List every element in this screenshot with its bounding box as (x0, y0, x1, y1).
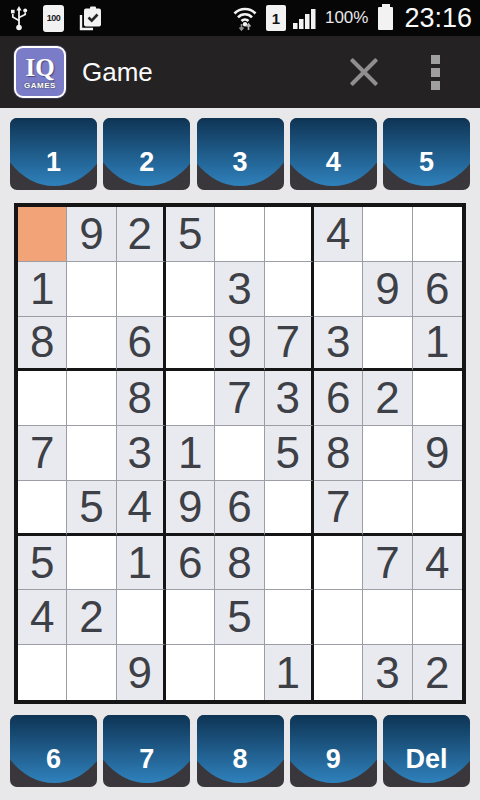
key-label: 4 (290, 149, 377, 176)
sudoku-cell-r7c8[interactable]: 7 (363, 536, 412, 591)
sudoku-cell-r1c3[interactable]: 2 (117, 207, 166, 262)
iq-games-logo: IQ GAMES (14, 46, 66, 98)
sudoku-cell-r6c5[interactable]: 6 (215, 481, 264, 536)
sudoku-cell-r8c8[interactable] (363, 590, 412, 645)
logo-games-text: GAMES (24, 82, 56, 90)
sudoku-cell-r8c7[interactable] (314, 590, 363, 645)
sudoku-cell-r9c7[interactable] (314, 645, 363, 700)
sudoku-cell-r9c4[interactable] (166, 645, 215, 700)
sudoku-cell-r6c4[interactable]: 9 (166, 481, 215, 536)
sudoku-cell-r2c7[interactable] (314, 262, 363, 317)
sudoku-cell-r3c4[interactable] (166, 317, 215, 372)
sudoku-cell-r4c3[interactable]: 8 (117, 371, 166, 426)
key-label: 8 (197, 746, 284, 773)
status-bar-right: 1 100% 23:16 (231, 3, 472, 34)
sudoku-cell-r6c9[interactable] (413, 481, 462, 536)
sudoku-cell-r9c8[interactable]: 3 (363, 645, 412, 700)
sim-slot-number: 1 (272, 10, 280, 27)
sudoku-cell-r5c9[interactable]: 9 (413, 426, 462, 481)
app-bar: IQ GAMES Game (0, 36, 480, 108)
sudoku-cell-r5c8[interactable] (363, 426, 412, 481)
status-bar: 100 1 (0, 0, 480, 36)
sudoku-cell-r7c6[interactable] (265, 536, 314, 591)
key-5[interactable]: 5 (383, 118, 470, 190)
sudoku-cell-r1c5[interactable] (215, 207, 264, 262)
sudoku-cell-r5c1[interactable]: 7 (18, 426, 67, 481)
keypad-bottom: 6 7 8 9 Del (0, 715, 480, 787)
logo-iq-text: IQ (25, 55, 54, 80)
battery-badge-value: 100 (47, 13, 61, 23)
sudoku-cell-r6c7[interactable]: 7 (314, 481, 363, 536)
sudoku-cell-r9c6[interactable]: 1 (265, 645, 314, 700)
sudoku-cell-r9c2[interactable] (67, 645, 116, 700)
sudoku-cell-r7c5[interactable]: 8 (215, 536, 264, 591)
sudoku-cell-r5c4[interactable]: 1 (166, 426, 215, 481)
sudoku-cell-r1c8[interactable] (363, 207, 412, 262)
sudoku-cell-r1c7[interactable]: 4 (314, 207, 363, 262)
status-clock: 23:16 (404, 3, 472, 34)
sudoku-cell-r9c5[interactable] (215, 645, 264, 700)
sudoku-cell-r2c6[interactable] (265, 262, 314, 317)
sudoku-cell-r3c9[interactable]: 1 (413, 317, 462, 372)
sudoku-cell-r3c8[interactable] (363, 317, 412, 372)
sudoku-cell-r4c9[interactable] (413, 371, 462, 426)
sudoku-cell-r4c7[interactable]: 6 (314, 371, 363, 426)
keypad-top: 1 2 3 4 5 (0, 118, 480, 190)
sim-card-icon: 1 (266, 5, 286, 31)
sudoku-cell-r1c4[interactable]: 5 (166, 207, 215, 262)
sudoku-cell-r9c3[interactable]: 9 (117, 645, 166, 700)
sudoku-cell-r1c6[interactable] (265, 207, 314, 262)
key-label: 7 (103, 746, 190, 773)
key-label: 3 (197, 149, 284, 176)
key-6[interactable]: 6 (10, 715, 97, 787)
overflow-menu-icon[interactable] (431, 55, 440, 90)
battery-100-badge: 100 (43, 5, 64, 32)
sudoku-cell-r3c3[interactable]: 6 (117, 317, 166, 372)
sudoku-board: 9254139686973187362731589549675168744259… (14, 203, 466, 704)
sudoku-cell-r5c6[interactable]: 5 (265, 426, 314, 481)
key-7[interactable]: 7 (103, 715, 190, 787)
sudoku-cell-r5c3[interactable]: 3 (117, 426, 166, 481)
status-bar-left: 100 (8, 5, 103, 32)
sudoku-cell-r2c8[interactable]: 9 (363, 262, 412, 317)
sudoku-cell-r8c5[interactable]: 5 (215, 590, 264, 645)
sudoku-cell-r2c9[interactable]: 6 (413, 262, 462, 317)
sudoku-cell-r2c3[interactable] (117, 262, 166, 317)
sudoku-cell-r4c8[interactable]: 2 (363, 371, 412, 426)
key-1[interactable]: 1 (10, 118, 97, 190)
sudoku-cell-r5c7[interactable]: 8 (314, 426, 363, 481)
sudoku-cell-r7c7[interactable] (314, 536, 363, 591)
sudoku-cell-r6c2[interactable]: 5 (67, 481, 116, 536)
sudoku-cell-r7c4[interactable]: 6 (166, 536, 215, 591)
key-label: 6 (10, 746, 97, 773)
sudoku-cell-r7c3[interactable]: 1 (117, 536, 166, 591)
key-2[interactable]: 2 (103, 118, 190, 190)
sudoku-cell-r5c5[interactable] (215, 426, 264, 481)
sudoku-cell-r7c2[interactable] (67, 536, 116, 591)
sudoku-cell-r4c1[interactable] (18, 371, 67, 426)
sudoku-cell-r7c9[interactable]: 4 (413, 536, 462, 591)
sudoku-cell-r4c5[interactable]: 7 (215, 371, 264, 426)
sudoku-cell-r9c1[interactable] (18, 645, 67, 700)
sudoku-cell-r8c3[interactable] (117, 590, 166, 645)
key-9[interactable]: 9 (290, 715, 377, 787)
key-4[interactable]: 4 (290, 118, 377, 190)
sudoku-cell-r6c6[interactable] (265, 481, 314, 536)
key-label: 5 (383, 149, 470, 176)
sudoku-cell-r2c4[interactable] (166, 262, 215, 317)
sudoku-cell-r3c2[interactable] (67, 317, 116, 372)
sudoku-cell-r4c2[interactable] (67, 371, 116, 426)
key-label: 1 (10, 149, 97, 176)
sudoku-cell-r8c9[interactable] (413, 590, 462, 645)
sudoku-cell-r2c1[interactable]: 1 (18, 262, 67, 317)
wifi-icon (231, 4, 259, 32)
key-8[interactable]: 8 (197, 715, 284, 787)
key-3[interactable]: 3 (197, 118, 284, 190)
page-title: Game (82, 57, 153, 88)
sudoku-cell-r4c6[interactable]: 3 (265, 371, 314, 426)
sudoku-cell-r3c5[interactable]: 9 (215, 317, 264, 372)
sudoku-cell-r5c2[interactable] (67, 426, 116, 481)
sudoku-cell-r8c4[interactable] (166, 590, 215, 645)
clipboard-check-icon (77, 5, 103, 32)
key-del[interactable]: Del (383, 715, 470, 787)
sudoku-cell-r1c1[interactable] (18, 207, 67, 262)
sudoku-cell-r1c2[interactable]: 9 (67, 207, 116, 262)
sudoku-cell-r7c1[interactable]: 5 (18, 536, 67, 591)
key-label: 2 (103, 149, 190, 176)
sudoku-cell-r8c6[interactable] (265, 590, 314, 645)
sudoku-cell-r9c9[interactable]: 2 (413, 645, 462, 700)
battery-icon (378, 7, 393, 30)
sudoku-cell-r2c5[interactable]: 3 (215, 262, 264, 317)
sudoku-cell-r1c9[interactable] (413, 207, 462, 262)
sudoku-cell-r6c3[interactable]: 4 (117, 481, 166, 536)
sudoku-cell-r3c7[interactable]: 3 (314, 317, 363, 372)
key-label: Del (383, 746, 470, 773)
sudoku-cell-r8c1[interactable]: 4 (18, 590, 67, 645)
phone-screen: 100 1 (0, 0, 480, 800)
sudoku-cell-r6c8[interactable] (363, 481, 412, 536)
battery-percent-text: 100% (325, 8, 368, 28)
sudoku-cell-r6c1[interactable] (18, 481, 67, 536)
sudoku-cell-r3c6[interactable]: 7 (265, 317, 314, 372)
sudoku-cell-r4c4[interactable] (166, 371, 215, 426)
sudoku-cell-r8c2[interactable]: 2 (67, 590, 116, 645)
close-icon[interactable] (345, 53, 383, 91)
signal-strength-icon (293, 8, 318, 29)
sudoku-cell-r3c1[interactable]: 8 (18, 317, 67, 372)
key-label: 9 (290, 746, 377, 773)
sudoku-cell-r2c2[interactable] (67, 262, 116, 317)
usb-icon (8, 5, 30, 32)
